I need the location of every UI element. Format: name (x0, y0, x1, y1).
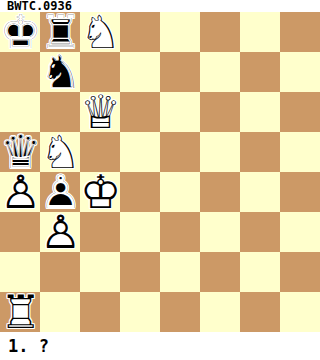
square-d2[interactable] (120, 252, 160, 292)
square-c8[interactable]: ♞♘ (80, 12, 120, 52)
square-b3[interactable]: ♟♙ (40, 212, 80, 252)
square-g6[interactable] (240, 92, 280, 132)
square-d3[interactable] (120, 212, 160, 252)
piece-black-knight: ♞♘ (40, 52, 80, 92)
square-h7[interactable] (280, 52, 320, 92)
square-e3[interactable] (160, 212, 200, 252)
piece-black-king: ♚♔ (0, 12, 40, 52)
square-g3[interactable] (240, 212, 280, 252)
square-d5[interactable] (120, 132, 160, 172)
piece-white-rook: ♜♖ (0, 292, 40, 332)
square-a8[interactable]: ♚♔ (0, 12, 40, 52)
square-b7[interactable]: ♞♘ (40, 52, 80, 92)
piece-white-pawn: ♟♙ (40, 212, 80, 252)
square-f6[interactable] (200, 92, 240, 132)
square-b1[interactable] (40, 292, 80, 332)
square-e2[interactable] (160, 252, 200, 292)
square-d6[interactable] (120, 92, 160, 132)
square-b2[interactable] (40, 252, 80, 292)
square-c2[interactable] (80, 252, 120, 292)
piece-white-knight: ♞♘ (80, 12, 120, 52)
square-f4[interactable] (200, 172, 240, 212)
square-a1[interactable]: ♜♖ (0, 292, 40, 332)
square-e8[interactable] (160, 12, 200, 52)
square-d8[interactable] (120, 12, 160, 52)
square-h3[interactable] (280, 212, 320, 252)
square-c1[interactable] (80, 292, 120, 332)
square-d1[interactable] (120, 292, 160, 332)
square-h2[interactable] (280, 252, 320, 292)
square-f8[interactable] (200, 12, 240, 52)
square-f1[interactable] (200, 292, 240, 332)
square-g5[interactable] (240, 132, 280, 172)
square-d7[interactable] (120, 52, 160, 92)
square-g8[interactable] (240, 12, 280, 52)
square-f2[interactable] (200, 252, 240, 292)
square-e7[interactable] (160, 52, 200, 92)
square-h5[interactable] (280, 132, 320, 172)
piece-white-pawn: ♟♙ (0, 172, 40, 212)
square-e6[interactable] (160, 92, 200, 132)
square-c6[interactable]: ♛♕ (80, 92, 120, 132)
square-h6[interactable] (280, 92, 320, 132)
square-g7[interactable] (240, 52, 280, 92)
square-c3[interactable] (80, 212, 120, 252)
piece-white-queen: ♛♕ (80, 92, 120, 132)
chess-puzzle-screen: BWTC.0936 ♚♔♜♖♞♘♞♘♛♕♛♕♞♘♟♙♟♙♚♔♟♙♜♖ 1. ? (0, 0, 320, 360)
square-g2[interactable] (240, 252, 280, 292)
move-prompt: 1. ? (8, 336, 49, 356)
square-f3[interactable] (200, 212, 240, 252)
square-a7[interactable] (0, 52, 40, 92)
square-e4[interactable] (160, 172, 200, 212)
square-c4[interactable]: ♚♔ (80, 172, 120, 212)
square-f5[interactable] (200, 132, 240, 172)
square-a4[interactable]: ♟♙ (0, 172, 40, 212)
square-e1[interactable] (160, 292, 200, 332)
square-h4[interactable] (280, 172, 320, 212)
square-h1[interactable] (280, 292, 320, 332)
piece-white-king: ♚♔ (80, 172, 120, 212)
square-f7[interactable] (200, 52, 240, 92)
square-e5[interactable] (160, 132, 200, 172)
square-g4[interactable] (240, 172, 280, 212)
square-g1[interactable] (240, 292, 280, 332)
square-h8[interactable] (280, 12, 320, 52)
chess-board: ♚♔♜♖♞♘♞♘♛♕♛♕♞♘♟♙♟♙♚♔♟♙♜♖ (0, 12, 320, 332)
square-a3[interactable] (0, 212, 40, 252)
square-d4[interactable] (120, 172, 160, 212)
